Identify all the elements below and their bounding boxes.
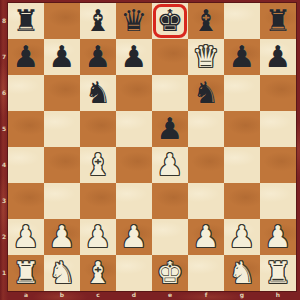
square-c2[interactable]: ♟ xyxy=(80,219,116,255)
square-e1[interactable]: ♚ xyxy=(152,255,188,291)
square-h7[interactable]: ♟ xyxy=(260,39,296,75)
file-label-g: g xyxy=(224,292,260,298)
file-label-h: h xyxy=(260,292,296,298)
piece-black-pawn-a7[interactable]: ♟ xyxy=(8,39,44,75)
square-d5[interactable] xyxy=(116,111,152,147)
square-g4[interactable] xyxy=(224,147,260,183)
square-f1[interactable] xyxy=(188,255,224,291)
square-a7[interactable]: ♟ xyxy=(8,39,44,75)
piece-white-rook-a1[interactable]: ♜ xyxy=(8,255,44,291)
piece-black-rook-a8[interactable]: ♜ xyxy=(8,3,44,39)
piece-white-bishop-c1[interactable]: ♝ xyxy=(80,255,116,291)
piece-black-queen-d8[interactable]: ♛ xyxy=(116,3,152,39)
square-h1[interactable]: ♜ xyxy=(260,255,296,291)
square-d6[interactable] xyxy=(116,75,152,111)
square-e6[interactable] xyxy=(152,75,188,111)
square-a3[interactable] xyxy=(8,183,44,219)
square-b8[interactable] xyxy=(44,3,80,39)
square-g6[interactable] xyxy=(224,75,260,111)
chess-board: ♜♝♛♚♝♜♟♟♟♟♛♟♟♞♞♟♝♟♟♟♟♟♟♟♟♜♞♝♚♞♜ xyxy=(8,3,296,291)
square-f3[interactable] xyxy=(188,183,224,219)
square-b1[interactable]: ♞ xyxy=(44,255,80,291)
piece-white-pawn-a2[interactable]: ♟ xyxy=(8,219,44,255)
square-b3[interactable] xyxy=(44,183,80,219)
square-f6[interactable]: ♞ xyxy=(188,75,224,111)
square-b2[interactable]: ♟ xyxy=(44,219,80,255)
square-e5[interactable]: ♟ xyxy=(152,111,188,147)
piece-white-pawn-e4[interactable]: ♟ xyxy=(152,147,188,183)
piece-white-pawn-c2[interactable]: ♟ xyxy=(80,219,116,255)
file-label-e: e xyxy=(152,292,188,298)
piece-black-king-e8[interactable]: ♚ xyxy=(152,3,188,39)
piece-white-pawn-h2[interactable]: ♟ xyxy=(260,219,296,255)
piece-white-pawn-d2[interactable]: ♟ xyxy=(116,219,152,255)
board-frame: ♜♝♛♚♝♜♟♟♟♟♛♟♟♞♞♟♝♟♟♟♟♟♟♟♟♜♞♝♚♞♜ 87654321… xyxy=(0,0,300,300)
square-c4[interactable]: ♝ xyxy=(80,147,116,183)
square-a5[interactable] xyxy=(8,111,44,147)
square-f2[interactable]: ♟ xyxy=(188,219,224,255)
square-a6[interactable] xyxy=(8,75,44,111)
piece-white-rook-h1[interactable]: ♜ xyxy=(260,255,296,291)
piece-white-pawn-b2[interactable]: ♟ xyxy=(44,219,80,255)
rank-label-5: 5 xyxy=(1,126,7,132)
square-e8[interactable]: ♚ xyxy=(152,3,188,39)
square-c3[interactable] xyxy=(80,183,116,219)
square-c8[interactable]: ♝ xyxy=(80,3,116,39)
piece-black-pawn-h7[interactable]: ♟ xyxy=(260,39,296,75)
rank-label-3: 3 xyxy=(1,198,7,204)
square-b4[interactable] xyxy=(44,147,80,183)
rank-label-1: 1 xyxy=(1,270,7,276)
piece-black-bishop-c8[interactable]: ♝ xyxy=(80,3,116,39)
file-label-a: a xyxy=(8,292,44,298)
square-f8[interactable]: ♝ xyxy=(188,3,224,39)
square-a1[interactable]: ♜ xyxy=(8,255,44,291)
rank-label-4: 4 xyxy=(1,162,7,168)
file-label-f: f xyxy=(188,292,224,298)
square-f5[interactable] xyxy=(188,111,224,147)
square-e4[interactable]: ♟ xyxy=(152,147,188,183)
file-label-d: d xyxy=(116,292,152,298)
piece-black-pawn-d7[interactable]: ♟ xyxy=(116,39,152,75)
square-d1[interactable] xyxy=(116,255,152,291)
square-g8[interactable] xyxy=(224,3,260,39)
piece-white-queen-f7[interactable]: ♛ xyxy=(188,39,224,75)
square-f4[interactable] xyxy=(188,147,224,183)
piece-black-knight-c6[interactable]: ♞ xyxy=(80,75,116,111)
square-d3[interactable] xyxy=(116,183,152,219)
square-d4[interactable] xyxy=(116,147,152,183)
piece-black-knight-f6[interactable]: ♞ xyxy=(188,75,224,111)
square-e2[interactable] xyxy=(152,219,188,255)
square-g2[interactable]: ♟ xyxy=(224,219,260,255)
piece-black-rook-h8[interactable]: ♜ xyxy=(260,3,296,39)
square-d2[interactable]: ♟ xyxy=(116,219,152,255)
rank-label-2: 2 xyxy=(1,234,7,240)
square-b7[interactable]: ♟ xyxy=(44,39,80,75)
piece-black-pawn-e5[interactable]: ♟ xyxy=(152,111,188,147)
piece-white-knight-b1[interactable]: ♞ xyxy=(44,255,80,291)
piece-black-pawn-b7[interactable]: ♟ xyxy=(44,39,80,75)
square-c1[interactable]: ♝ xyxy=(80,255,116,291)
rank-label-6: 6 xyxy=(1,90,7,96)
square-e3[interactable] xyxy=(152,183,188,219)
square-c5[interactable] xyxy=(80,111,116,147)
piece-white-bishop-c4[interactable]: ♝ xyxy=(80,147,116,183)
square-h2[interactable]: ♟ xyxy=(260,219,296,255)
square-f7[interactable]: ♛ xyxy=(188,39,224,75)
square-a2[interactable]: ♟ xyxy=(8,219,44,255)
piece-black-pawn-c7[interactable]: ♟ xyxy=(80,39,116,75)
square-h6[interactable] xyxy=(260,75,296,111)
square-c6[interactable]: ♞ xyxy=(80,75,116,111)
square-h5[interactable] xyxy=(260,111,296,147)
square-d7[interactable]: ♟ xyxy=(116,39,152,75)
piece-white-king-e1[interactable]: ♚ xyxy=(152,255,188,291)
square-g7[interactable]: ♟ xyxy=(224,39,260,75)
piece-white-knight-g1[interactable]: ♞ xyxy=(224,255,260,291)
square-e7[interactable] xyxy=(152,39,188,75)
square-d8[interactable]: ♛ xyxy=(116,3,152,39)
rank-label-7: 7 xyxy=(1,54,7,60)
file-label-c: c xyxy=(80,292,116,298)
square-g1[interactable]: ♞ xyxy=(224,255,260,291)
square-g5[interactable] xyxy=(224,111,260,147)
piece-white-pawn-f2[interactable]: ♟ xyxy=(188,219,224,255)
square-b6[interactable] xyxy=(44,75,80,111)
square-c7[interactable]: ♟ xyxy=(80,39,116,75)
square-a8[interactable]: ♜ xyxy=(8,3,44,39)
square-h4[interactable] xyxy=(260,147,296,183)
square-b5[interactable] xyxy=(44,111,80,147)
piece-black-pawn-g7[interactable]: ♟ xyxy=(224,39,260,75)
square-g3[interactable] xyxy=(224,183,260,219)
square-h3[interactable] xyxy=(260,183,296,219)
rank-label-8: 8 xyxy=(1,18,7,24)
square-a4[interactable] xyxy=(8,147,44,183)
piece-white-pawn-g2[interactable]: ♟ xyxy=(224,219,260,255)
square-h8[interactable]: ♜ xyxy=(260,3,296,39)
piece-black-bishop-f8[interactable]: ♝ xyxy=(188,3,224,39)
file-label-b: b xyxy=(44,292,80,298)
